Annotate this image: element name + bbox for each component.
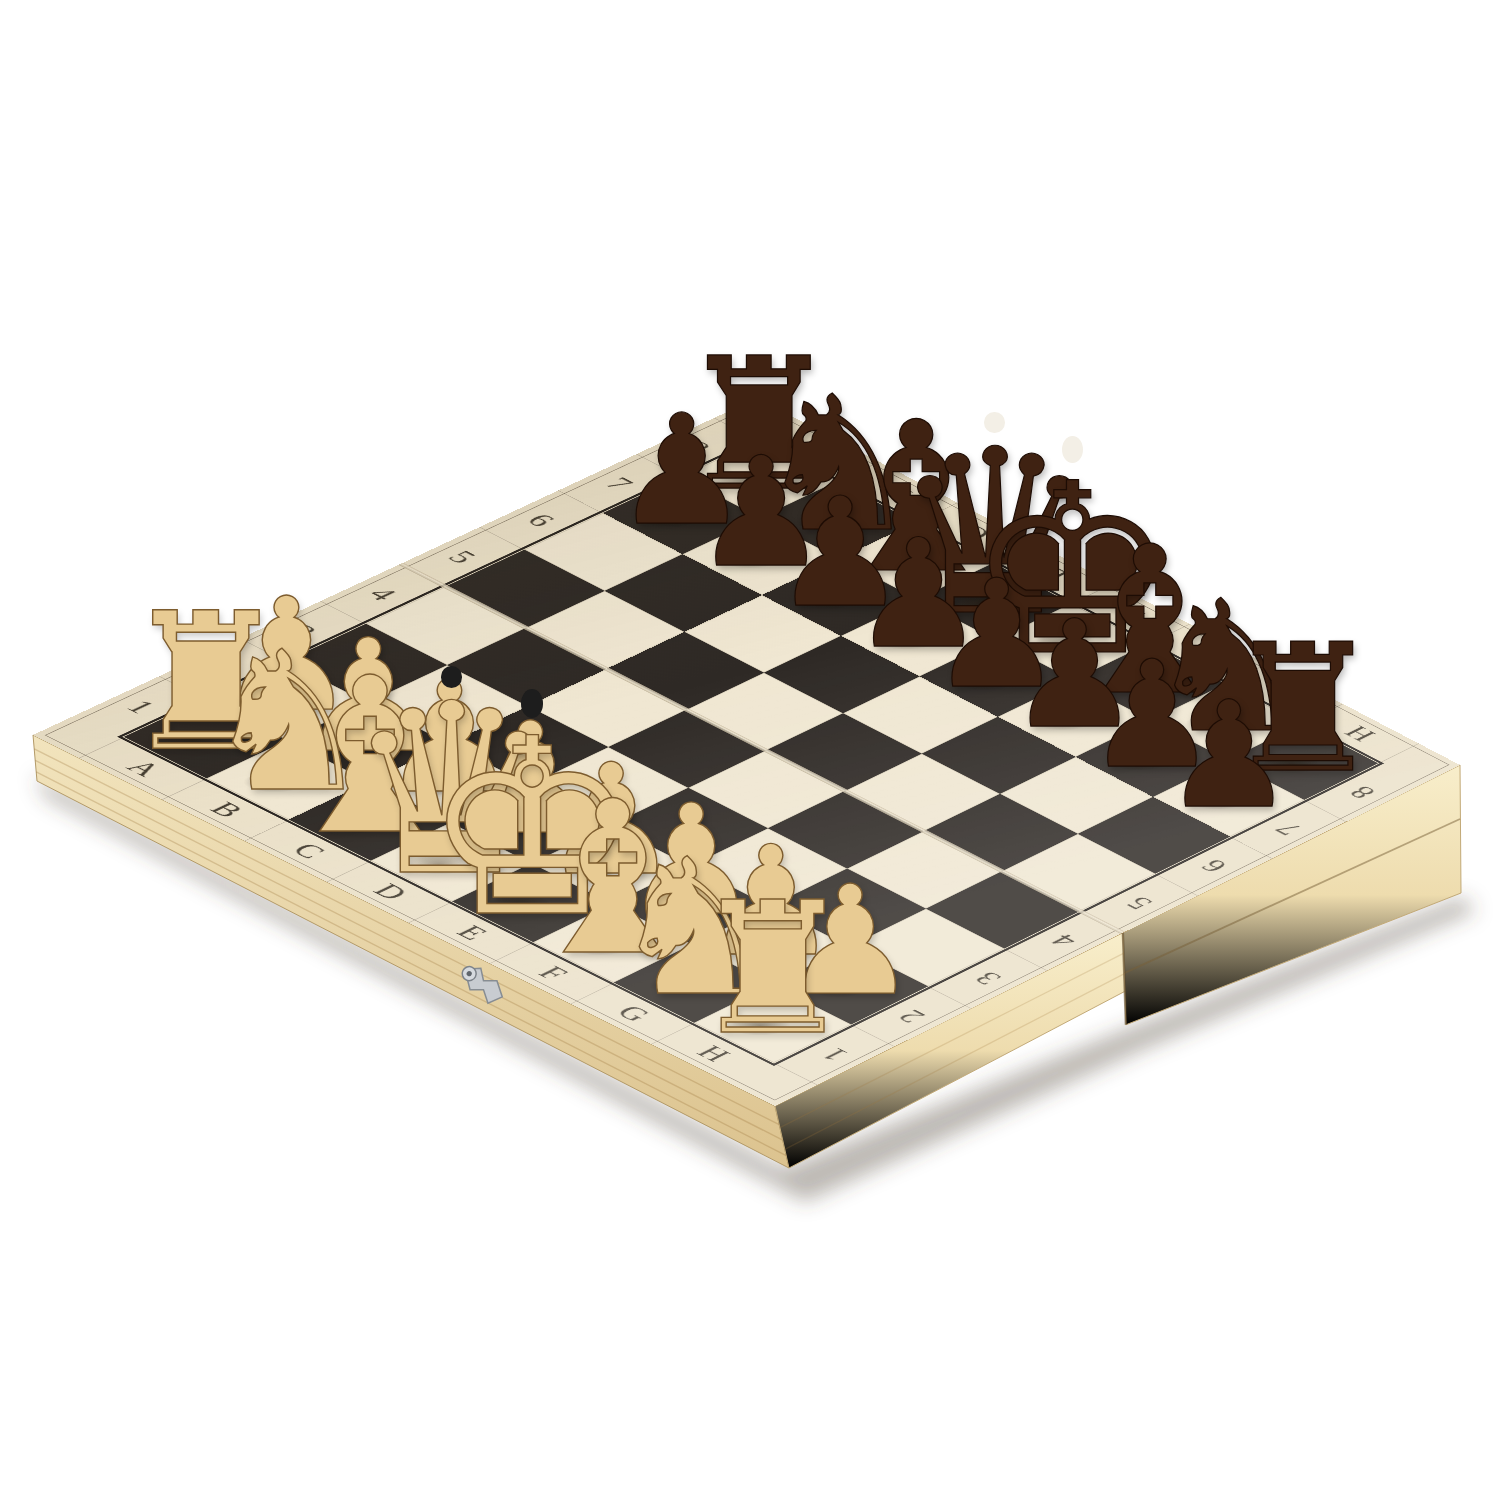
- piece-black-pawn-h7[interactable]: ♟: [1155, 682, 1302, 829]
- chess-set-photo: AABBCCDDEEFFGGHH1122334455667788 ♜♟♞♟♝♟♛…: [0, 0, 1500, 1500]
- piece-white-rook-h1[interactable]: ♜: [682, 878, 865, 1061]
- pieces-layer: ♜♟♞♟♝♟♛♟♚♟♝♟♟♞♜♟♟♜♞♟♟♝♟♛♟♚♟♝♟♞♟♜: [0, 0, 1500, 1500]
- black-finial-ball: [441, 666, 462, 687]
- white-finial-spike: [1062, 436, 1083, 464]
- white-finial-ball: [984, 412, 1005, 433]
